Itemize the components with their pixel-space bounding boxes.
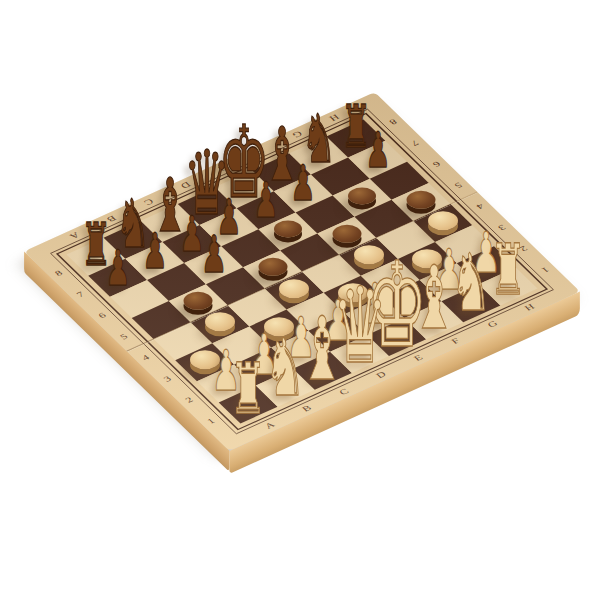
- file-label-far-F: F: [254, 147, 266, 156]
- chess-board: AABBCCDDEEFFGGHH1122334455667788: [24, 92, 580, 451]
- file-label-far-B: B: [105, 214, 118, 223]
- file-label-near-D: D: [374, 370, 388, 379]
- file-label-near-E: E: [412, 354, 424, 363]
- rank-label-right-4: 4: [474, 202, 485, 210]
- file-label-near-G: G: [486, 320, 500, 329]
- file-label-near-C: C: [338, 387, 351, 396]
- rank-label-left-2: 2: [184, 396, 195, 404]
- file-label-near-F: F: [450, 337, 462, 346]
- file-label-far-H: H: [327, 113, 341, 122]
- file-label-near-B: B: [301, 404, 314, 413]
- chess-set-photo: AABBCCDDEEFFGGHH1122334455667788 ♜♞♝♛♚♝♞…: [0, 0, 600, 600]
- file-label-near-H: H: [523, 303, 537, 312]
- rank-label-right-7: 7: [409, 139, 420, 147]
- rank-label-right-1: 1: [540, 265, 551, 273]
- rank-label-left-7: 7: [75, 290, 86, 298]
- rank-label-left-6: 6: [97, 312, 108, 320]
- rank-label-right-8: 8: [387, 117, 398, 125]
- rank-label-right-2: 2: [518, 244, 529, 252]
- file-label-far-A: A: [67, 231, 81, 240]
- file-label-far-G: G: [290, 130, 304, 139]
- rank-label-right-3: 3: [496, 223, 507, 231]
- rank-label-left-1: 1: [205, 417, 216, 425]
- file-label-far-D: D: [179, 180, 193, 189]
- rank-label-left-3: 3: [162, 375, 173, 383]
- file-label-far-C: C: [142, 197, 155, 206]
- rank-label-right-5: 5: [453, 181, 464, 189]
- file-label-far-E: E: [216, 164, 228, 173]
- rank-label-left-8: 8: [53, 269, 64, 277]
- rank-label-left-4: 4: [140, 354, 151, 362]
- file-label-near-A: A: [263, 421, 277, 430]
- rank-label-left-5: 5: [118, 333, 129, 341]
- rank-label-right-6: 6: [431, 160, 442, 168]
